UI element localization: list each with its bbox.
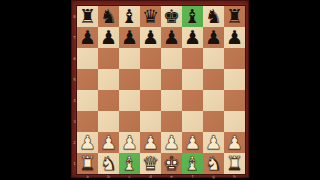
file-labels: abcdefgh <box>77 174 245 179</box>
square-d6[interactable] <box>140 48 161 69</box>
file-label-c: c <box>119 174 140 179</box>
square-b2[interactable]: ♟ <box>98 132 119 153</box>
square-d4[interactable] <box>140 90 161 111</box>
square-e5[interactable] <box>161 69 182 90</box>
square-f2[interactable]: ♟ <box>182 132 203 153</box>
square-c2[interactable]: ♟ <box>119 132 140 153</box>
piece-white-rook: ♜ <box>226 153 243 174</box>
piece-white-pawn: ♟ <box>205 132 222 153</box>
file-label-d: d <box>140 174 161 179</box>
square-f4[interactable] <box>182 90 203 111</box>
square-e3[interactable] <box>161 111 182 132</box>
square-f3[interactable] <box>182 111 203 132</box>
file-label-b: b <box>98 174 119 179</box>
piece-white-pawn: ♟ <box>184 132 201 153</box>
piece-black-rook: ♜ <box>226 6 243 27</box>
piece-white-king: ♚ <box>163 153 180 174</box>
square-d8[interactable]: ♛ <box>140 6 161 27</box>
piece-white-pawn: ♟ <box>79 132 96 153</box>
piece-white-pawn: ♟ <box>100 132 117 153</box>
piece-black-pawn: ♟ <box>184 27 201 48</box>
file-label-g: g <box>203 174 224 179</box>
square-d2[interactable]: ♟ <box>140 132 161 153</box>
piece-white-bishop: ♝ <box>121 153 138 174</box>
square-f8[interactable]: ♝ <box>182 6 203 27</box>
piece-black-bishop: ♝ <box>121 6 138 27</box>
square-a7[interactable]: ♟ <box>77 27 98 48</box>
square-b6[interactable] <box>98 48 119 69</box>
square-h7[interactable]: ♟ <box>224 27 245 48</box>
piece-white-bishop: ♝ <box>184 153 201 174</box>
square-h8[interactable]: ♜ <box>224 6 245 27</box>
piece-black-pawn: ♟ <box>121 27 138 48</box>
square-e1[interactable]: ♚ <box>161 153 182 174</box>
piece-black-knight: ♞ <box>205 6 222 27</box>
square-h6[interactable] <box>224 48 245 69</box>
video-frame: 87654321 ♜♞♝♛♚♝♞♜♟♟♟♟♟♟♟♟♟♟♟♟♟♟♟♟♜♞♝♛♚♝♞… <box>0 0 320 180</box>
square-f1[interactable]: ♝ <box>182 153 203 174</box>
piece-black-pawn: ♟ <box>163 27 180 48</box>
square-c3[interactable] <box>119 111 140 132</box>
square-h1[interactable]: ♜ <box>224 153 245 174</box>
square-c1[interactable]: ♝ <box>119 153 140 174</box>
square-c5[interactable] <box>119 69 140 90</box>
file-label-f: f <box>182 174 203 179</box>
piece-white-knight: ♞ <box>100 153 117 174</box>
file-label-e: e <box>161 174 182 179</box>
square-f7[interactable]: ♟ <box>182 27 203 48</box>
piece-white-pawn: ♟ <box>163 132 180 153</box>
square-a1[interactable]: ♜ <box>77 153 98 174</box>
square-h5[interactable] <box>224 69 245 90</box>
square-g7[interactable]: ♟ <box>203 27 224 48</box>
piece-white-pawn: ♟ <box>226 132 243 153</box>
square-a2[interactable]: ♟ <box>77 132 98 153</box>
piece-black-queen: ♛ <box>142 6 159 27</box>
square-g2[interactable]: ♟ <box>203 132 224 153</box>
file-label-h: h <box>224 174 245 179</box>
piece-black-pawn: ♟ <box>142 27 159 48</box>
piece-white-queen: ♛ <box>142 153 159 174</box>
file-label-a: a <box>77 174 98 179</box>
square-b1[interactable]: ♞ <box>98 153 119 174</box>
square-g4[interactable] <box>203 90 224 111</box>
square-c8[interactable]: ♝ <box>119 6 140 27</box>
square-d5[interactable] <box>140 69 161 90</box>
square-g5[interactable] <box>203 69 224 90</box>
chess-board-frame: 87654321 ♜♞♝♛♚♝♞♜♟♟♟♟♟♟♟♟♟♟♟♟♟♟♟♟♜♞♝♛♚♝♞… <box>71 0 249 178</box>
square-b4[interactable] <box>98 90 119 111</box>
piece-black-knight: ♞ <box>100 6 117 27</box>
letterbox-right <box>249 0 320 180</box>
square-c4[interactable] <box>119 90 140 111</box>
square-a3[interactable] <box>77 111 98 132</box>
square-d1[interactable]: ♛ <box>140 153 161 174</box>
piece-white-pawn: ♟ <box>121 132 138 153</box>
piece-black-pawn: ♟ <box>79 27 96 48</box>
square-f6[interactable] <box>182 48 203 69</box>
square-a8[interactable]: ♜ <box>77 6 98 27</box>
square-b7[interactable]: ♟ <box>98 27 119 48</box>
piece-black-bishop: ♝ <box>184 6 201 27</box>
square-e6[interactable] <box>161 48 182 69</box>
letterbox-left <box>0 0 71 180</box>
square-h3[interactable] <box>224 111 245 132</box>
square-c7[interactable]: ♟ <box>119 27 140 48</box>
square-b3[interactable] <box>98 111 119 132</box>
square-a4[interactable] <box>77 90 98 111</box>
piece-black-pawn: ♟ <box>205 27 222 48</box>
piece-white-knight: ♞ <box>205 153 222 174</box>
piece-black-pawn: ♟ <box>226 27 243 48</box>
square-e4[interactable] <box>161 90 182 111</box>
square-g6[interactable] <box>203 48 224 69</box>
square-d7[interactable]: ♟ <box>140 27 161 48</box>
square-d3[interactable] <box>140 111 161 132</box>
piece-black-king: ♚ <box>163 6 180 27</box>
square-e8[interactable]: ♚ <box>161 6 182 27</box>
square-e7[interactable]: ♟ <box>161 27 182 48</box>
square-b8[interactable]: ♞ <box>98 6 119 27</box>
chess-board: ♜♞♝♛♚♝♞♜♟♟♟♟♟♟♟♟♟♟♟♟♟♟♟♟♜♞♝♛♚♝♞♜ <box>77 6 245 174</box>
square-a6[interactable] <box>77 48 98 69</box>
square-b5[interactable] <box>98 69 119 90</box>
square-f5[interactable] <box>182 69 203 90</box>
piece-white-rook: ♜ <box>79 153 96 174</box>
piece-white-pawn: ♟ <box>142 132 159 153</box>
square-g1[interactable]: ♞ <box>203 153 224 174</box>
square-h4[interactable] <box>224 90 245 111</box>
square-g3[interactable] <box>203 111 224 132</box>
piece-black-rook: ♜ <box>79 6 96 27</box>
square-g8[interactable]: ♞ <box>203 6 224 27</box>
square-e2[interactable]: ♟ <box>161 132 182 153</box>
square-a5[interactable] <box>77 69 98 90</box>
square-c6[interactable] <box>119 48 140 69</box>
piece-black-pawn: ♟ <box>100 27 117 48</box>
square-h2[interactable]: ♟ <box>224 132 245 153</box>
